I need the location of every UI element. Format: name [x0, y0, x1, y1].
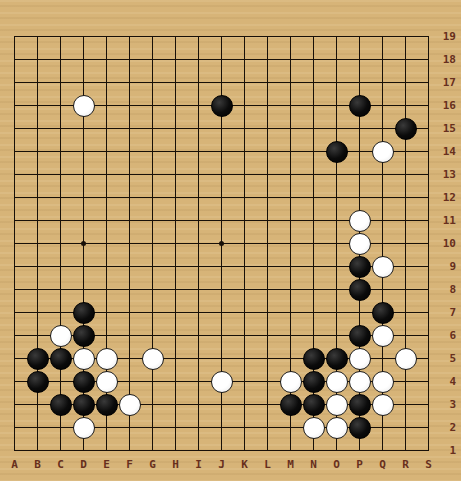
intersection-H9[interactable] — [164, 255, 187, 278]
intersection-F16[interactable] — [118, 94, 141, 117]
intersection-F5[interactable] — [118, 347, 141, 370]
intersection-J9[interactable] — [210, 255, 233, 278]
intersection-G11[interactable] — [141, 209, 164, 232]
intersection-R11[interactable] — [394, 209, 417, 232]
intersection-P13[interactable] — [348, 163, 371, 186]
intersection-A15[interactable] — [3, 117, 26, 140]
intersection-D8[interactable] — [72, 278, 95, 301]
intersection-I15[interactable] — [187, 117, 210, 140]
intersection-E11[interactable] — [95, 209, 118, 232]
intersection-B9[interactable] — [26, 255, 49, 278]
intersection-P5[interactable] — [348, 347, 371, 370]
intersection-D17[interactable] — [72, 71, 95, 94]
intersection-I19[interactable] — [187, 25, 210, 48]
intersection-O4[interactable] — [325, 370, 348, 393]
intersection-D2[interactable] — [72, 416, 95, 439]
intersection-R4[interactable] — [394, 370, 417, 393]
intersection-K9[interactable] — [233, 255, 256, 278]
intersection-H14[interactable] — [164, 140, 187, 163]
intersection-B11[interactable] — [26, 209, 49, 232]
intersection-K4[interactable] — [233, 370, 256, 393]
intersection-A14[interactable] — [3, 140, 26, 163]
intersection-H19[interactable] — [164, 25, 187, 48]
intersection-G8[interactable] — [141, 278, 164, 301]
intersection-I5[interactable] — [187, 347, 210, 370]
intersection-A13[interactable] — [3, 163, 26, 186]
intersection-A16[interactable] — [3, 94, 26, 117]
intersection-E14[interactable] — [95, 140, 118, 163]
intersection-M11[interactable] — [279, 209, 302, 232]
intersection-H12[interactable] — [164, 186, 187, 209]
intersection-F12[interactable] — [118, 186, 141, 209]
intersection-N12[interactable] — [302, 186, 325, 209]
intersection-D19[interactable] — [72, 25, 95, 48]
intersection-Q18[interactable] — [371, 48, 394, 71]
intersection-R5[interactable] — [394, 347, 417, 370]
intersection-L8[interactable] — [256, 278, 279, 301]
intersection-F8[interactable] — [118, 278, 141, 301]
intersection-Q7[interactable] — [371, 301, 394, 324]
intersection-P15[interactable] — [348, 117, 371, 140]
intersection-Q16[interactable] — [371, 94, 394, 117]
intersection-L14[interactable] — [256, 140, 279, 163]
intersection-B10[interactable] — [26, 232, 49, 255]
intersection-H8[interactable] — [164, 278, 187, 301]
intersection-Q4[interactable] — [371, 370, 394, 393]
intersection-D12[interactable] — [72, 186, 95, 209]
intersection-N4[interactable] — [302, 370, 325, 393]
intersection-P11[interactable] — [348, 209, 371, 232]
intersection-B12[interactable] — [26, 186, 49, 209]
intersection-B16[interactable] — [26, 94, 49, 117]
intersection-L15[interactable] — [256, 117, 279, 140]
intersection-O19[interactable] — [325, 25, 348, 48]
intersection-B2[interactable] — [26, 416, 49, 439]
intersection-G19[interactable] — [141, 25, 164, 48]
intersection-G15[interactable] — [141, 117, 164, 140]
intersection-N14[interactable] — [302, 140, 325, 163]
intersection-Q10[interactable] — [371, 232, 394, 255]
intersection-L2[interactable] — [256, 416, 279, 439]
intersection-M12[interactable] — [279, 186, 302, 209]
intersection-F9[interactable] — [118, 255, 141, 278]
intersection-Q17[interactable] — [371, 71, 394, 94]
intersection-P19[interactable] — [348, 25, 371, 48]
intersection-Q9[interactable] — [371, 255, 394, 278]
intersection-I4[interactable] — [187, 370, 210, 393]
intersection-M9[interactable] — [279, 255, 302, 278]
intersection-O13[interactable] — [325, 163, 348, 186]
intersection-A2[interactable] — [3, 416, 26, 439]
intersection-G4[interactable] — [141, 370, 164, 393]
intersection-H4[interactable] — [164, 370, 187, 393]
intersection-L11[interactable] — [256, 209, 279, 232]
intersection-C8[interactable] — [49, 278, 72, 301]
intersection-D9[interactable] — [72, 255, 95, 278]
intersection-N2[interactable] — [302, 416, 325, 439]
intersection-A11[interactable] — [3, 209, 26, 232]
intersection-B6[interactable] — [26, 324, 49, 347]
intersection-A3[interactable] — [3, 393, 26, 416]
intersection-N3[interactable] — [302, 393, 325, 416]
intersection-K3[interactable] — [233, 393, 256, 416]
intersection-M16[interactable] — [279, 94, 302, 117]
intersection-F17[interactable] — [118, 71, 141, 94]
intersection-B7[interactable] — [26, 301, 49, 324]
intersection-R15[interactable] — [394, 117, 417, 140]
intersection-G3[interactable] — [141, 393, 164, 416]
intersection-L5[interactable] — [256, 347, 279, 370]
intersection-H18[interactable] — [164, 48, 187, 71]
intersection-H7[interactable] — [164, 301, 187, 324]
intersection-M7[interactable] — [279, 301, 302, 324]
intersection-A12[interactable] — [3, 186, 26, 209]
intersection-J14[interactable] — [210, 140, 233, 163]
intersection-I7[interactable] — [187, 301, 210, 324]
intersection-P7[interactable] — [348, 301, 371, 324]
intersection-D7[interactable] — [72, 301, 95, 324]
intersection-O5[interactable] — [325, 347, 348, 370]
intersection-K14[interactable] — [233, 140, 256, 163]
intersection-F10[interactable] — [118, 232, 141, 255]
intersection-I18[interactable] — [187, 48, 210, 71]
intersection-R17[interactable] — [394, 71, 417, 94]
intersection-L10[interactable] — [256, 232, 279, 255]
intersection-C17[interactable] — [49, 71, 72, 94]
intersection-E8[interactable] — [95, 278, 118, 301]
intersection-E5[interactable] — [95, 347, 118, 370]
intersection-F6[interactable] — [118, 324, 141, 347]
intersection-H2[interactable] — [164, 416, 187, 439]
intersection-F15[interactable] — [118, 117, 141, 140]
intersection-R19[interactable] — [394, 25, 417, 48]
intersection-L7[interactable] — [256, 301, 279, 324]
intersection-F3[interactable] — [118, 393, 141, 416]
intersection-I14[interactable] — [187, 140, 210, 163]
intersection-H13[interactable] — [164, 163, 187, 186]
intersection-C2[interactable] — [49, 416, 72, 439]
intersection-G9[interactable] — [141, 255, 164, 278]
intersection-N19[interactable] — [302, 25, 325, 48]
intersection-B15[interactable] — [26, 117, 49, 140]
intersection-L16[interactable] — [256, 94, 279, 117]
intersection-O8[interactable] — [325, 278, 348, 301]
intersection-D4[interactable] — [72, 370, 95, 393]
intersection-N11[interactable] — [302, 209, 325, 232]
intersection-F2[interactable] — [118, 416, 141, 439]
intersection-K15[interactable] — [233, 117, 256, 140]
intersection-H3[interactable] — [164, 393, 187, 416]
intersection-I3[interactable] — [187, 393, 210, 416]
intersection-A10[interactable] — [3, 232, 26, 255]
intersection-B8[interactable] — [26, 278, 49, 301]
intersection-Q8[interactable] — [371, 278, 394, 301]
intersection-E12[interactable] — [95, 186, 118, 209]
intersection-R12[interactable] — [394, 186, 417, 209]
intersection-R18[interactable] — [394, 48, 417, 71]
intersection-J17[interactable] — [210, 71, 233, 94]
intersection-L19[interactable] — [256, 25, 279, 48]
intersection-I11[interactable] — [187, 209, 210, 232]
intersection-M18[interactable] — [279, 48, 302, 71]
intersection-I8[interactable] — [187, 278, 210, 301]
intersection-O3[interactable] — [325, 393, 348, 416]
intersection-I9[interactable] — [187, 255, 210, 278]
intersection-Q12[interactable] — [371, 186, 394, 209]
intersection-B13[interactable] — [26, 163, 49, 186]
intersection-A18[interactable] — [3, 48, 26, 71]
intersection-C7[interactable] — [49, 301, 72, 324]
intersection-C12[interactable] — [49, 186, 72, 209]
intersection-G12[interactable] — [141, 186, 164, 209]
intersection-R8[interactable] — [394, 278, 417, 301]
intersection-O16[interactable] — [325, 94, 348, 117]
intersection-D11[interactable] — [72, 209, 95, 232]
intersection-A4[interactable] — [3, 370, 26, 393]
intersection-I2[interactable] — [187, 416, 210, 439]
intersection-F14[interactable] — [118, 140, 141, 163]
intersection-J16[interactable] — [210, 94, 233, 117]
intersection-P10[interactable] — [348, 232, 371, 255]
intersection-E18[interactable] — [95, 48, 118, 71]
intersection-I16[interactable] — [187, 94, 210, 117]
intersection-E3[interactable] — [95, 393, 118, 416]
intersection-J3[interactable] — [210, 393, 233, 416]
intersection-Q15[interactable] — [371, 117, 394, 140]
intersection-M3[interactable] — [279, 393, 302, 416]
intersection-G10[interactable] — [141, 232, 164, 255]
intersection-Q3[interactable] — [371, 393, 394, 416]
intersection-F7[interactable] — [118, 301, 141, 324]
intersection-G6[interactable] — [141, 324, 164, 347]
intersection-C4[interactable] — [49, 370, 72, 393]
intersection-P12[interactable] — [348, 186, 371, 209]
intersection-D15[interactable] — [72, 117, 95, 140]
intersection-P14[interactable] — [348, 140, 371, 163]
intersection-M14[interactable] — [279, 140, 302, 163]
intersection-Q11[interactable] — [371, 209, 394, 232]
intersection-D18[interactable] — [72, 48, 95, 71]
intersection-H15[interactable] — [164, 117, 187, 140]
intersection-L6[interactable] — [256, 324, 279, 347]
intersection-A9[interactable] — [3, 255, 26, 278]
intersection-E2[interactable] — [95, 416, 118, 439]
intersection-P16[interactable] — [348, 94, 371, 117]
intersection-C19[interactable] — [49, 25, 72, 48]
intersection-D13[interactable] — [72, 163, 95, 186]
intersection-B17[interactable] — [26, 71, 49, 94]
intersection-D10[interactable] — [72, 232, 95, 255]
intersection-M2[interactable] — [279, 416, 302, 439]
intersection-N5[interactable] — [302, 347, 325, 370]
intersection-B19[interactable] — [26, 25, 49, 48]
intersection-M13[interactable] — [279, 163, 302, 186]
intersection-G17[interactable] — [141, 71, 164, 94]
intersection-R7[interactable] — [394, 301, 417, 324]
intersection-L12[interactable] — [256, 186, 279, 209]
intersection-M15[interactable] — [279, 117, 302, 140]
intersection-O18[interactable] — [325, 48, 348, 71]
intersection-N17[interactable] — [302, 71, 325, 94]
intersection-N9[interactable] — [302, 255, 325, 278]
intersection-K8[interactable] — [233, 278, 256, 301]
intersection-C5[interactable] — [49, 347, 72, 370]
intersection-K5[interactable] — [233, 347, 256, 370]
intersection-J8[interactable] — [210, 278, 233, 301]
intersection-H6[interactable] — [164, 324, 187, 347]
intersection-L18[interactable] — [256, 48, 279, 71]
intersection-A17[interactable] — [3, 71, 26, 94]
intersection-H10[interactable] — [164, 232, 187, 255]
intersection-E9[interactable] — [95, 255, 118, 278]
intersection-K19[interactable] — [233, 25, 256, 48]
intersection-N16[interactable] — [302, 94, 325, 117]
intersection-I17[interactable] — [187, 71, 210, 94]
intersection-R9[interactable] — [394, 255, 417, 278]
intersection-C18[interactable] — [49, 48, 72, 71]
intersection-I6[interactable] — [187, 324, 210, 347]
intersection-H5[interactable] — [164, 347, 187, 370]
intersection-F13[interactable] — [118, 163, 141, 186]
intersection-C16[interactable] — [49, 94, 72, 117]
intersection-L3[interactable] — [256, 393, 279, 416]
intersection-J10[interactable] — [210, 232, 233, 255]
intersection-O17[interactable] — [325, 71, 348, 94]
intersection-P3[interactable] — [348, 393, 371, 416]
intersection-G18[interactable] — [141, 48, 164, 71]
intersection-J19[interactable] — [210, 25, 233, 48]
intersection-C10[interactable] — [49, 232, 72, 255]
intersection-Q6[interactable] — [371, 324, 394, 347]
intersection-N18[interactable] — [302, 48, 325, 71]
intersection-E16[interactable] — [95, 94, 118, 117]
intersection-J15[interactable] — [210, 117, 233, 140]
intersection-E6[interactable] — [95, 324, 118, 347]
intersection-O15[interactable] — [325, 117, 348, 140]
intersection-E19[interactable] — [95, 25, 118, 48]
intersection-Q14[interactable] — [371, 140, 394, 163]
intersection-P4[interactable] — [348, 370, 371, 393]
intersection-C14[interactable] — [49, 140, 72, 163]
intersection-Q5[interactable] — [371, 347, 394, 370]
intersection-H11[interactable] — [164, 209, 187, 232]
intersection-D3[interactable] — [72, 393, 95, 416]
intersection-R16[interactable] — [394, 94, 417, 117]
intersection-E10[interactable] — [95, 232, 118, 255]
intersection-R14[interactable] — [394, 140, 417, 163]
intersection-K7[interactable] — [233, 301, 256, 324]
intersection-B18[interactable] — [26, 48, 49, 71]
intersection-K13[interactable] — [233, 163, 256, 186]
intersection-F4[interactable] — [118, 370, 141, 393]
intersection-J12[interactable] — [210, 186, 233, 209]
intersection-C15[interactable] — [49, 117, 72, 140]
intersection-R10[interactable] — [394, 232, 417, 255]
intersection-M6[interactable] — [279, 324, 302, 347]
intersection-C3[interactable] — [49, 393, 72, 416]
intersection-C11[interactable] — [49, 209, 72, 232]
intersection-L9[interactable] — [256, 255, 279, 278]
intersection-D16[interactable] — [72, 94, 95, 117]
intersection-N8[interactable] — [302, 278, 325, 301]
intersection-F11[interactable] — [118, 209, 141, 232]
intersection-K16[interactable] — [233, 94, 256, 117]
intersection-M19[interactable] — [279, 25, 302, 48]
intersection-O6[interactable] — [325, 324, 348, 347]
intersection-Q19[interactable] — [371, 25, 394, 48]
intersection-O12[interactable] — [325, 186, 348, 209]
intersection-K11[interactable] — [233, 209, 256, 232]
intersection-O10[interactable] — [325, 232, 348, 255]
intersection-J5[interactable] — [210, 347, 233, 370]
intersection-A7[interactable] — [3, 301, 26, 324]
intersection-B5[interactable] — [26, 347, 49, 370]
intersection-E17[interactable] — [95, 71, 118, 94]
intersection-L13[interactable] — [256, 163, 279, 186]
intersection-G5[interactable] — [141, 347, 164, 370]
intersection-A5[interactable] — [3, 347, 26, 370]
intersection-P17[interactable] — [348, 71, 371, 94]
intersection-H17[interactable] — [164, 71, 187, 94]
intersection-A6[interactable] — [3, 324, 26, 347]
intersection-I13[interactable] — [187, 163, 210, 186]
intersection-B3[interactable] — [26, 393, 49, 416]
intersection-D6[interactable] — [72, 324, 95, 347]
intersection-C9[interactable] — [49, 255, 72, 278]
intersection-M10[interactable] — [279, 232, 302, 255]
intersection-J18[interactable] — [210, 48, 233, 71]
intersection-P9[interactable] — [348, 255, 371, 278]
intersection-P6[interactable] — [348, 324, 371, 347]
intersection-K18[interactable] — [233, 48, 256, 71]
intersection-F19[interactable] — [118, 25, 141, 48]
intersection-K12[interactable] — [233, 186, 256, 209]
intersection-R3[interactable] — [394, 393, 417, 416]
intersection-R13[interactable] — [394, 163, 417, 186]
intersection-N7[interactable] — [302, 301, 325, 324]
intersection-E7[interactable] — [95, 301, 118, 324]
intersection-K6[interactable] — [233, 324, 256, 347]
intersection-E13[interactable] — [95, 163, 118, 186]
intersection-N10[interactable] — [302, 232, 325, 255]
intersection-A8[interactable] — [3, 278, 26, 301]
intersection-G13[interactable] — [141, 163, 164, 186]
intersection-P2[interactable] — [348, 416, 371, 439]
intersection-G7[interactable] — [141, 301, 164, 324]
intersection-M5[interactable] — [279, 347, 302, 370]
intersection-L17[interactable] — [256, 71, 279, 94]
intersection-J6[interactable] — [210, 324, 233, 347]
intersection-C6[interactable] — [49, 324, 72, 347]
intersection-O7[interactable] — [325, 301, 348, 324]
intersection-Q2[interactable] — [371, 416, 394, 439]
intersection-M8[interactable] — [279, 278, 302, 301]
intersection-O14[interactable] — [325, 140, 348, 163]
intersection-B4[interactable] — [26, 370, 49, 393]
intersection-G14[interactable] — [141, 140, 164, 163]
intersection-I10[interactable] — [187, 232, 210, 255]
intersection-H16[interactable] — [164, 94, 187, 117]
intersection-I12[interactable] — [187, 186, 210, 209]
intersection-D5[interactable] — [72, 347, 95, 370]
intersection-E4[interactable] — [95, 370, 118, 393]
intersection-K10[interactable] — [233, 232, 256, 255]
intersection-L4[interactable] — [256, 370, 279, 393]
intersection-J4[interactable] — [210, 370, 233, 393]
intersection-N13[interactable] — [302, 163, 325, 186]
intersection-G2[interactable] — [141, 416, 164, 439]
intersection-O11[interactable] — [325, 209, 348, 232]
